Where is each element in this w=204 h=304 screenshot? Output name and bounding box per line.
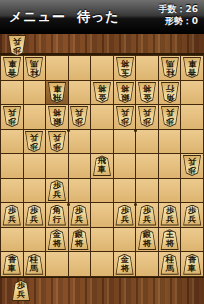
piece-face: 香車 <box>3 255 21 274</box>
square-8-4[interactable]: 歩兵 <box>24 130 46 154</box>
square-4-8[interactable] <box>114 228 136 252</box>
square-3-1[interactable] <box>136 56 158 80</box>
piece-face: 銀将 <box>48 107 66 126</box>
piece-sente-fu: 歩兵 <box>2 205 22 226</box>
square-6-4[interactable] <box>69 130 91 154</box>
piece-gote-gin: 銀将 <box>115 82 135 103</box>
piece-gote-fu: 歩兵 <box>182 155 202 176</box>
piece-face: 歩兵 <box>12 281 30 300</box>
piece-gote-ky: 香車 <box>2 57 22 78</box>
square-4-4[interactable] <box>114 130 136 154</box>
square-9-1[interactable]: 香車 <box>1 56 23 80</box>
square-4-9[interactable]: 金将 <box>114 252 136 276</box>
piece-sente-fu: 歩兵 <box>115 205 135 226</box>
piece-gote-fu: 歩兵 <box>115 106 135 127</box>
evaluation-label: 形勢：0 <box>158 15 198 27</box>
square-7-7[interactable]: 角行 <box>46 203 68 227</box>
star-point <box>134 203 137 206</box>
piece-gote-gin: 銀将 <box>47 106 67 127</box>
square-8-2[interactable] <box>24 81 46 105</box>
square-8-3[interactable] <box>24 105 46 129</box>
square-4-2[interactable]: 銀将 <box>114 81 136 105</box>
piece-face: 歩兵 <box>70 107 88 126</box>
piece-face: 香車 <box>3 58 21 77</box>
square-3-9[interactable] <box>136 252 158 276</box>
gote-hand-tray[interactable]: 歩兵 <box>7 35 27 56</box>
piece-face: 角行 <box>161 83 179 102</box>
piece-face: 歩兵 <box>138 107 156 126</box>
square-3-8[interactable]: 銀将 <box>136 228 158 252</box>
piece-sente-kin: 金将 <box>115 254 135 275</box>
square-6-2[interactable] <box>69 81 91 105</box>
square-2-9[interactable]: 桂馬 <box>159 252 181 276</box>
square-1-6[interactable] <box>181 179 203 203</box>
square-6-3[interactable]: 歩兵 <box>69 105 91 129</box>
square-2-3[interactable]: 歩兵 <box>159 105 181 129</box>
piece-face: 桂馬 <box>25 58 43 77</box>
square-8-7[interactable]: 歩兵 <box>24 203 46 227</box>
square-9-2[interactable] <box>1 81 23 105</box>
square-5-5[interactable]: 飛車 <box>91 154 113 178</box>
piece-face: 銀将 <box>138 230 156 249</box>
piece-face: 銀将 <box>116 83 134 102</box>
piece-gote-fu: 歩兵 <box>160 106 180 127</box>
piece-gote-fu: 歩兵 <box>69 106 89 127</box>
piece-face: 歩兵 <box>183 206 201 225</box>
square-1-4[interactable] <box>181 130 203 154</box>
square-9-3[interactable]: 歩兵 <box>1 105 23 129</box>
square-4-5[interactable] <box>114 154 136 178</box>
square-2-2[interactable]: 角行 <box>159 81 181 105</box>
piece-face: 桂馬 <box>161 58 179 77</box>
move-count-label: 手数：26 <box>158 3 198 15</box>
square-8-5[interactable] <box>24 154 46 178</box>
square-4-6[interactable] <box>114 179 136 203</box>
piece-gote-kin: 金将 <box>92 82 112 103</box>
square-8-9[interactable]: 桂馬 <box>24 252 46 276</box>
square-5-7[interactable] <box>91 203 113 227</box>
square-9-4[interactable] <box>1 130 23 154</box>
square-1-3[interactable] <box>181 105 203 129</box>
piece-sente-gin: 銀将 <box>69 229 89 250</box>
piece-face: 歩兵 <box>48 181 66 200</box>
piece-face: 銀将 <box>70 230 88 249</box>
piece-sente-fu: 歩兵 <box>160 205 180 226</box>
piece-gote-fu: 歩兵 <box>7 35 27 56</box>
piece-sente-fu: 歩兵 <box>182 205 202 226</box>
piece-face: 歩兵 <box>138 206 156 225</box>
piece-face: 歩兵 <box>70 206 88 225</box>
square-2-5[interactable] <box>159 154 181 178</box>
piece-gote-fu: 歩兵 <box>2 106 22 127</box>
piece-face: 歩兵 <box>161 107 179 126</box>
piece-face: 香車 <box>183 58 201 77</box>
piece-face: 歩兵 <box>116 107 134 126</box>
piece-gote-fu: 歩兵 <box>47 131 67 152</box>
undo-button[interactable]: 待った <box>77 8 120 26</box>
shogi-board: 香車桂馬玉将桂馬香車飛車金将銀将金将角行歩兵銀将歩兵歩兵歩兵歩兵歩兵歩兵飛車歩兵… <box>0 53 204 278</box>
piece-sente-ky: 香車 <box>182 254 202 275</box>
piece-face: 角行 <box>48 206 66 225</box>
piece-face: 飛車 <box>93 156 111 175</box>
piece-face: 歩兵 <box>25 132 43 151</box>
square-7-2[interactable]: 飛車 <box>46 81 68 105</box>
square-6-1[interactable] <box>69 56 91 80</box>
square-5-8[interactable] <box>91 228 113 252</box>
piece-face: 桂馬 <box>25 255 43 274</box>
square-2-7[interactable]: 歩兵 <box>159 203 181 227</box>
piece-face: 歩兵 <box>48 132 66 151</box>
piece-face: 金将 <box>116 255 134 274</box>
piece-gote-kin: 金将 <box>137 82 157 103</box>
square-3-6[interactable] <box>136 179 158 203</box>
menu-button[interactable]: メニュー <box>9 8 66 26</box>
piece-face: 歩兵 <box>116 206 134 225</box>
piece-gote-ke: 桂馬 <box>24 57 44 78</box>
square-2-6[interactable] <box>159 179 181 203</box>
square-8-8[interactable] <box>24 228 46 252</box>
square-3-5[interactable] <box>136 154 158 178</box>
square-6-5[interactable] <box>69 154 91 178</box>
sente-hand-tray[interactable]: 歩兵 <box>11 280 31 301</box>
square-2-8[interactable]: 王将 <box>159 228 181 252</box>
square-7-1[interactable] <box>46 56 68 80</box>
square-8-6[interactable] <box>24 179 46 203</box>
square-4-7[interactable]: 歩兵 <box>114 203 136 227</box>
star-point <box>67 203 70 206</box>
square-1-1[interactable]: 香車 <box>181 56 203 80</box>
star-point <box>67 129 70 132</box>
square-1-2[interactable] <box>181 81 203 105</box>
square-5-1[interactable] <box>91 56 113 80</box>
square-7-3[interactable]: 銀将 <box>46 105 68 129</box>
square-3-3[interactable]: 歩兵 <box>136 105 158 129</box>
square-7-8[interactable]: 金将 <box>46 228 68 252</box>
piece-gote-ky: 香車 <box>182 57 202 78</box>
piece-sente-ky: 香車 <box>2 254 22 275</box>
piece-face: 王将 <box>161 230 179 249</box>
square-9-5[interactable] <box>1 154 23 178</box>
square-7-4[interactable]: 歩兵 <box>46 130 68 154</box>
piece-face: 飛車 <box>48 83 66 102</box>
piece-gote-hi: 飛車 <box>47 82 67 103</box>
square-3-2[interactable]: 金将 <box>136 81 158 105</box>
piece-sente-fu: 歩兵 <box>24 205 44 226</box>
square-5-4[interactable] <box>91 130 113 154</box>
piece-gote-gyoku: 玉将 <box>115 57 135 78</box>
piece-face: 歩兵 <box>25 206 43 225</box>
square-1-8[interactable] <box>181 228 203 252</box>
square-3-7[interactable]: 歩兵 <box>136 203 158 227</box>
square-2-4[interactable] <box>159 130 181 154</box>
piece-sente-hi: 飛車 <box>92 155 112 176</box>
piece-gote-fu: 歩兵 <box>24 131 44 152</box>
piece-face: 歩兵 <box>8 36 26 55</box>
piece-gote-fu: 歩兵 <box>137 106 157 127</box>
square-7-9[interactable] <box>46 252 68 276</box>
piece-sente-ou: 王将 <box>160 229 180 250</box>
square-1-5[interactable]: 歩兵 <box>181 154 203 178</box>
square-3-4[interactable] <box>136 130 158 154</box>
piece-face: 歩兵 <box>183 156 201 175</box>
square-6-6[interactable] <box>69 179 91 203</box>
piece-face: 金将 <box>93 83 111 102</box>
piece-face: 香車 <box>183 255 201 274</box>
square-6-7[interactable]: 歩兵 <box>69 203 91 227</box>
piece-sente-fu: 歩兵 <box>11 280 31 301</box>
square-9-9[interactable]: 香車 <box>1 252 23 276</box>
piece-face: 玉将 <box>116 58 134 77</box>
piece-sente-gin: 銀将 <box>137 229 157 250</box>
piece-sente-fu: 歩兵 <box>47 180 67 201</box>
piece-sente-fu: 歩兵 <box>69 205 89 226</box>
square-2-1[interactable]: 桂馬 <box>159 56 181 80</box>
piece-sente-kaku: 角行 <box>47 205 67 226</box>
game-stats: 手数：26 形勢：0 <box>158 3 198 27</box>
square-6-9[interactable] <box>69 252 91 276</box>
square-9-7[interactable]: 歩兵 <box>1 203 23 227</box>
square-9-6[interactable] <box>1 179 23 203</box>
title-bar: メニュー 待った 手数：26 形勢：0 <box>0 0 204 35</box>
piece-sente-kin: 金将 <box>47 229 67 250</box>
square-5-3[interactable] <box>91 105 113 129</box>
square-6-8[interactable]: 銀将 <box>69 228 91 252</box>
square-5-9[interactable] <box>91 252 113 276</box>
shogi-app: メニュー 待った 手数：26 形勢：0 香車桂馬玉将桂馬香車飛車金将銀将金将角行… <box>0 0 204 304</box>
square-1-9[interactable]: 香車 <box>181 252 203 276</box>
piece-face: 歩兵 <box>161 206 179 225</box>
square-1-7[interactable]: 歩兵 <box>181 203 203 227</box>
square-7-5[interactable] <box>46 154 68 178</box>
piece-face: 歩兵 <box>3 107 21 126</box>
square-8-1[interactable]: 桂馬 <box>24 56 46 80</box>
square-5-6[interactable] <box>91 179 113 203</box>
piece-gote-ke: 桂馬 <box>160 57 180 78</box>
square-4-1[interactable]: 玉将 <box>114 56 136 80</box>
piece-face: 金将 <box>48 230 66 249</box>
piece-sente-ke: 桂馬 <box>24 254 44 275</box>
square-7-6[interactable]: 歩兵 <box>46 179 68 203</box>
square-5-2[interactable]: 金将 <box>91 81 113 105</box>
piece-sente-ke: 桂馬 <box>160 254 180 275</box>
piece-sente-fu: 歩兵 <box>137 205 157 226</box>
square-4-3[interactable]: 歩兵 <box>114 105 136 129</box>
piece-gote-kaku: 角行 <box>160 82 180 103</box>
piece-face: 歩兵 <box>3 206 21 225</box>
square-9-8[interactable] <box>1 228 23 252</box>
piece-face: 金将 <box>138 83 156 102</box>
piece-face: 桂馬 <box>161 255 179 274</box>
